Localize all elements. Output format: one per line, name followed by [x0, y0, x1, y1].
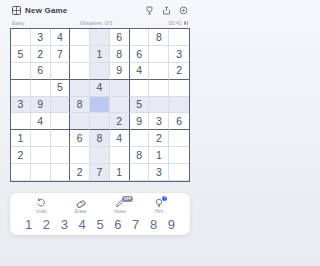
cell-r4c3[interactable]: 5: [51, 80, 71, 97]
cell-r5c7[interactable]: 5: [130, 97, 150, 114]
cell-r6c7[interactable]: 9: [130, 113, 150, 130]
cell-r1c5[interactable]: [90, 29, 110, 46]
numpad-4[interactable]: 4: [76, 218, 89, 231]
cell-r9c5[interactable]: 7: [90, 164, 110, 181]
hint-label: Hint: [155, 209, 163, 214]
cell-r4c4[interactable]: [70, 80, 90, 97]
cell-r5c5[interactable]: [90, 97, 110, 114]
cell-r1c4[interactable]: [70, 29, 90, 46]
cell-r8c4[interactable]: [70, 147, 90, 164]
cell-r7c5[interactable]: 8: [90, 130, 110, 147]
new-game-grid-icon: [12, 6, 21, 15]
cell-r7c8[interactable]: 2: [149, 130, 169, 147]
cell-r7c2[interactable]: [31, 130, 51, 147]
settings-icon[interactable]: [179, 6, 188, 15]
cell-r1c1[interactable]: [11, 29, 31, 46]
notes-label: Notes: [114, 209, 126, 214]
cell-r3c3[interactable]: [51, 63, 71, 80]
cell-r2c5[interactable]: 1: [90, 46, 110, 63]
erase-label: Erase: [75, 209, 87, 214]
cell-r2c6[interactable]: 8: [110, 46, 130, 63]
header: New Game: [0, 0, 200, 17]
cell-r9c3[interactable]: [51, 164, 71, 181]
cell-r3c2[interactable]: 6: [31, 63, 51, 80]
cell-r4c1[interactable]: [11, 80, 31, 97]
header-actions: [145, 6, 188, 15]
numpad-7[interactable]: 7: [129, 218, 142, 231]
cell-r2c3[interactable]: 7: [51, 46, 71, 63]
cell-r5c6[interactable]: [110, 97, 130, 114]
undo-icon: [36, 198, 46, 208]
share-icon[interactable]: [162, 6, 171, 15]
cell-r7c6[interactable]: 4: [110, 130, 130, 147]
status-row: Easy Mistakes: 0/3 00:41: [0, 17, 200, 28]
cell-r4c8[interactable]: [149, 80, 169, 97]
cell-r6c5[interactable]: [90, 113, 110, 130]
cell-r2c1[interactable]: 5: [11, 46, 31, 63]
page-title: New Game: [25, 6, 68, 15]
erase-button[interactable]: Erase: [75, 198, 87, 214]
cell-r1c6[interactable]: 6: [110, 29, 130, 46]
cell-r7c7[interactable]: [130, 130, 150, 147]
cell-r8c6[interactable]: [110, 147, 130, 164]
cell-r2c8[interactable]: [149, 46, 169, 63]
numpad-3[interactable]: 3: [58, 218, 71, 231]
numpad-1[interactable]: 1: [22, 218, 35, 231]
new-game-button[interactable]: New Game: [12, 6, 68, 15]
timer-label: 00:41: [168, 20, 182, 26]
cell-r6c9[interactable]: 6: [169, 113, 189, 130]
cell-r1c8[interactable]: 8: [149, 29, 169, 46]
cell-r3c6[interactable]: 9: [110, 63, 130, 80]
cell-r1c9[interactable]: [169, 29, 189, 46]
cell-r8c2[interactable]: [31, 147, 51, 164]
cell-r6c3[interactable]: [51, 113, 71, 130]
hint-count-badge: 1: [162, 196, 168, 202]
cell-r8c5[interactable]: [90, 147, 110, 164]
numpad: 123456789: [20, 218, 180, 231]
trophy-icon[interactable]: [145, 6, 154, 15]
notes-toggle-badge: OFF: [122, 196, 133, 202]
cell-r3c7[interactable]: 4: [130, 63, 150, 80]
cell-r8c1[interactable]: 2: [11, 147, 31, 164]
undo-button[interactable]: Undo: [36, 198, 47, 214]
cell-r6c1[interactable]: [11, 113, 31, 130]
cell-r8c7[interactable]: 8: [130, 147, 150, 164]
cell-r4c6[interactable]: [110, 80, 130, 97]
numpad-2[interactable]: 2: [40, 218, 53, 231]
cell-r5c9[interactable]: [169, 97, 189, 114]
numpad-6[interactable]: 6: [111, 218, 124, 231]
undo-label: Undo: [36, 209, 47, 214]
cell-r1c7[interactable]: [130, 29, 150, 46]
sudoku-app: New Game: [0, 0, 200, 266]
cell-r2c7[interactable]: 6: [130, 46, 150, 63]
numpad-8[interactable]: 8: [147, 218, 160, 231]
cell-r1c2[interactable]: 3: [31, 29, 51, 46]
cell-r4c9[interactable]: [169, 80, 189, 97]
cell-r8c9[interactable]: [169, 147, 189, 164]
notes-button[interactable]: OFF Notes: [114, 198, 126, 214]
hint-button[interactable]: 1 Hint: [154, 198, 164, 214]
cell-r5c2[interactable]: 9: [31, 97, 51, 114]
control-panel: Undo Erase OFF Notes: [10, 193, 190, 235]
cell-r5c3[interactable]: [51, 97, 71, 114]
cell-r2c2[interactable]: 2: [31, 46, 51, 63]
cell-r5c1[interactable]: 3: [11, 97, 31, 114]
cell-r4c5[interactable]: 4: [90, 80, 110, 97]
cell-r3c4[interactable]: [70, 63, 90, 80]
numpad-5[interactable]: 5: [93, 218, 106, 231]
cell-r7c3[interactable]: [51, 130, 71, 147]
difficulty-label[interactable]: Easy: [12, 20, 24, 26]
cell-r7c4[interactable]: 6: [70, 130, 90, 147]
toolbar: Undo Erase OFF Notes: [20, 198, 180, 214]
cell-r9c8[interactable]: 3: [149, 164, 169, 181]
cell-r8c3[interactable]: [51, 147, 71, 164]
cell-r5c8[interactable]: [149, 97, 169, 114]
pause-icon[interactable]: [184, 21, 188, 26]
cell-r9c7[interactable]: [130, 164, 150, 181]
cell-r7c9[interactable]: [169, 130, 189, 147]
cell-r9c9[interactable]: [169, 164, 189, 181]
cell-r9c1[interactable]: [11, 164, 31, 181]
sudoku-board: 34685271863694254398542936168422812713: [10, 28, 190, 182]
cell-r2c9[interactable]: 3: [169, 46, 189, 63]
cell-r7c1[interactable]: 1: [11, 130, 31, 147]
cell-r9c2[interactable]: [31, 164, 51, 181]
cell-r3c9[interactable]: 2: [169, 63, 189, 80]
numpad-9[interactable]: 9: [165, 218, 178, 231]
cell-r5c4[interactable]: 8: [70, 97, 90, 114]
cell-r6c8[interactable]: 3: [149, 113, 169, 130]
cell-r1c3[interactable]: 4: [51, 29, 71, 46]
cell-r6c4[interactable]: [70, 113, 90, 130]
cell-r4c7[interactable]: [130, 80, 150, 97]
mistakes-label: Mistakes: 0/3: [80, 20, 112, 26]
eraser-icon: [76, 198, 86, 208]
cell-r4c2[interactable]: [31, 80, 51, 97]
cell-r2c4[interactable]: [70, 46, 90, 63]
cell-r3c1[interactable]: [11, 63, 31, 80]
cell-r6c2[interactable]: 4: [31, 113, 51, 130]
cell-r3c8[interactable]: [149, 63, 169, 80]
cell-r3c5[interactable]: [90, 63, 110, 80]
cell-r8c8[interactable]: 1: [149, 147, 169, 164]
cell-r9c4[interactable]: 2: [70, 164, 90, 181]
cell-r6c6[interactable]: 2: [110, 113, 130, 130]
cell-r9c6[interactable]: 1: [110, 164, 130, 181]
